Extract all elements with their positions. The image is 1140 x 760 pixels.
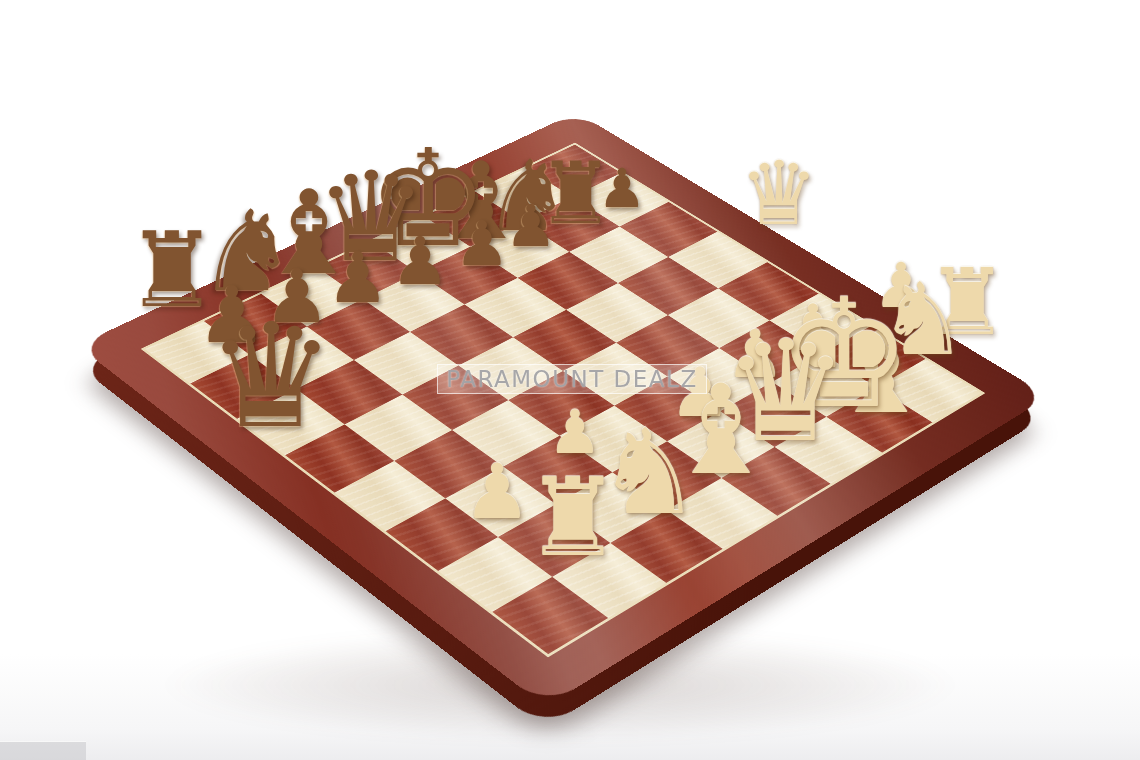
board-squares-grid [145, 145, 981, 654]
watermark: PARAMOUNT DEALZ [437, 364, 707, 394]
board-pinstripe-frame [141, 143, 986, 658]
product-photo-stage: ♜♞♝♛♚♝♞♜♟♟♟♟♟♟♟♛♛♜♞♟♝♚♟♛♟♝♟♞♜♟♟ PARAMOUN… [0, 0, 1140, 760]
watermark-corner-fragment [0, 741, 86, 760]
